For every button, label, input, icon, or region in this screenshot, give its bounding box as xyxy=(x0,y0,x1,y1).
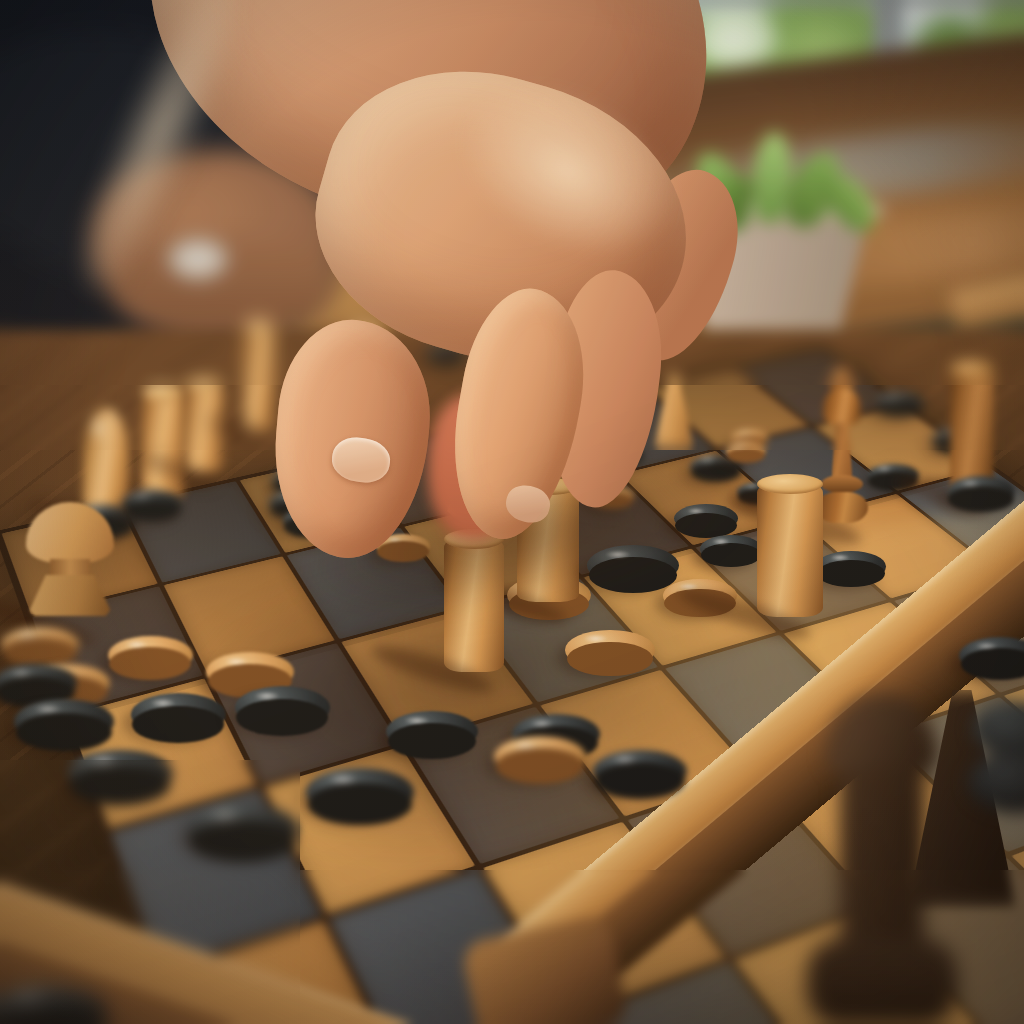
piece-dd[interactable] xyxy=(816,551,886,583)
piece-cyl[interactable] xyxy=(244,326,274,432)
piece-dd[interactable] xyxy=(0,986,108,1024)
piece-dd[interactable] xyxy=(959,637,1024,674)
piece-dd[interactable] xyxy=(14,699,114,744)
piece-stackDark[interactable] xyxy=(968,696,1024,818)
piece-dd[interactable] xyxy=(386,711,478,752)
piece-dd[interactable] xyxy=(122,490,182,517)
piece-dd[interactable] xyxy=(947,476,1015,507)
piece-dd[interactable] xyxy=(235,686,330,729)
piece-cyl[interactable] xyxy=(757,483,823,617)
piece-dl[interactable] xyxy=(494,736,586,777)
piece-dl[interactable] xyxy=(1,627,79,662)
board-game-photo-scene xyxy=(0,0,1024,1024)
piece-dd[interactable] xyxy=(306,768,414,817)
piece-dd[interactable] xyxy=(187,804,299,854)
piece-dd[interactable] xyxy=(68,750,173,797)
piece-dl[interactable] xyxy=(565,630,655,671)
piece-dd[interactable] xyxy=(131,693,226,736)
piece-dd[interactable] xyxy=(876,392,924,414)
piece-dd[interactable] xyxy=(0,664,77,702)
piece-dl[interactable] xyxy=(726,442,766,460)
piece-dd[interactable] xyxy=(593,750,687,792)
piece-dl[interactable] xyxy=(108,636,193,674)
piece-cyl[interactable] xyxy=(142,392,184,500)
piece-mushroom[interactable] xyxy=(26,502,114,616)
